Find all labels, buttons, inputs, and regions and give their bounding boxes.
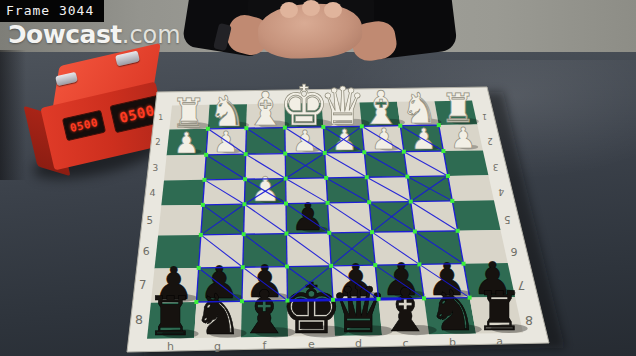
svg-text:4: 4 xyxy=(498,187,504,198)
svg-text:1: 1 xyxy=(482,112,487,121)
frame-number-label: Frame 3044 xyxy=(0,0,104,22)
howcast-watermark: Ͻowcast.com xyxy=(9,20,181,49)
svg-text:5: 5 xyxy=(146,215,153,226)
white-pawn-h2: ♟ xyxy=(173,126,199,160)
svg-text:3: 3 xyxy=(493,162,499,172)
svg-text:2: 2 xyxy=(155,137,160,147)
black-knight-g8: ♞ xyxy=(192,282,242,347)
black-rook-h8: ♜ xyxy=(146,285,194,348)
video-frame: 0500 0500 1122334455667788hgfedcba ♜♞♝♚♛… xyxy=(0,0,636,356)
svg-text:3: 3 xyxy=(152,163,158,173)
black-rook-a8: ♜ xyxy=(475,280,523,343)
svg-text:1: 1 xyxy=(158,113,163,122)
chess-board: 1122334455667788hgfedcba ♜♞♝♚♛♝♞♜♟♟♟♟♟♟♟… xyxy=(0,0,636,356)
svg-text:4: 4 xyxy=(150,187,156,198)
svg-text:8: 8 xyxy=(135,312,143,327)
svg-text:8: 8 xyxy=(525,313,533,328)
svg-text:6: 6 xyxy=(143,245,150,258)
watermark-suffix: .com xyxy=(122,21,181,49)
svg-text:2: 2 xyxy=(487,136,492,146)
black-knight-b8: ♞ xyxy=(427,278,477,343)
watermark-brand: Ͻowcast xyxy=(9,20,122,49)
svg-text:5: 5 xyxy=(504,214,511,225)
white-pawn-a2: ♟ xyxy=(450,121,476,155)
